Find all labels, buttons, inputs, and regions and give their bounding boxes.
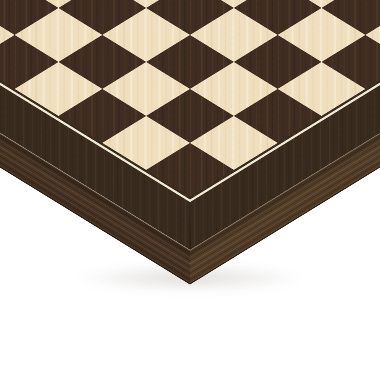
board-surface [0,0,380,250]
chessboard-photo [0,0,380,380]
chessboard [0,0,380,250]
